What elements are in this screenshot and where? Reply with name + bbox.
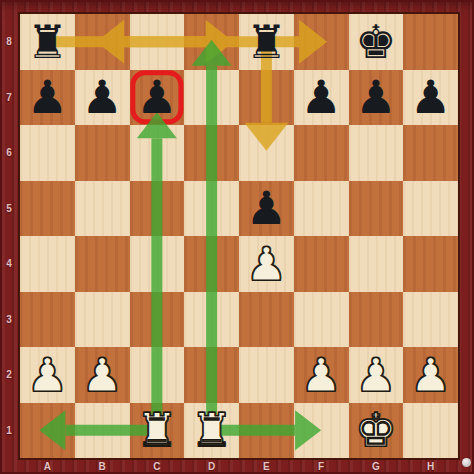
square-e1[interactable] [239, 403, 294, 459]
file-label-a: A [37, 458, 57, 474]
piece-bP-h7[interactable]: ♟ [403, 69, 458, 125]
piece-bR-e8[interactable]: ♜ [239, 14, 294, 70]
square-h5[interactable] [403, 181, 458, 237]
square-g6[interactable] [349, 125, 404, 181]
square-f6[interactable] [294, 125, 349, 181]
square-h8[interactable] [403, 14, 458, 70]
watermark-dot [462, 458, 471, 467]
square-h3[interactable] [403, 292, 458, 348]
piece-wP-b2[interactable]: ♟ [75, 347, 130, 403]
square-d6[interactable] [184, 125, 239, 181]
piece-wK-g1[interactable]: ♚ [348, 402, 403, 458]
square-c3[interactable] [130, 292, 185, 348]
square-g5[interactable] [349, 181, 404, 237]
square-c5[interactable] [130, 181, 185, 237]
rank-label-8: 8 [0, 14, 18, 70]
rank-label-4: 4 [0, 236, 18, 292]
piece-wP-a2[interactable]: ♟ [20, 347, 75, 403]
rank-label-5: 5 [0, 181, 18, 237]
square-b1[interactable] [75, 403, 130, 459]
square-f5[interactable] [294, 181, 349, 237]
square-d5[interactable] [184, 181, 239, 237]
square-b4[interactable] [75, 236, 130, 292]
piece-bK-g8[interactable]: ♚ [348, 14, 403, 70]
square-b8[interactable] [75, 14, 130, 70]
rank-label-6: 6 [0, 125, 18, 181]
file-label-g: G [366, 458, 386, 474]
piece-wP-e4[interactable]: ♟ [239, 236, 294, 292]
square-h4[interactable] [403, 236, 458, 292]
file-label-e: E [256, 458, 276, 474]
square-d8[interactable] [184, 14, 239, 70]
square-a3[interactable] [20, 292, 75, 348]
square-a6[interactable] [20, 125, 75, 181]
piece-bP-f7[interactable]: ♟ [294, 69, 349, 125]
square-c2[interactable] [130, 347, 185, 403]
piece-wP-f2[interactable]: ♟ [294, 347, 349, 403]
square-g3[interactable] [349, 292, 404, 348]
square-f4[interactable] [294, 236, 349, 292]
rank-label-7: 7 [0, 70, 18, 126]
piece-bP-c7[interactable]: ♟ [129, 69, 184, 125]
square-c8[interactable] [130, 14, 185, 70]
square-b5[interactable] [75, 181, 130, 237]
square-c4[interactable] [130, 236, 185, 292]
piece-bP-a7[interactable]: ♟ [20, 69, 75, 125]
file-label-b: B [92, 458, 112, 474]
square-f1[interactable] [294, 403, 349, 459]
square-b6[interactable] [75, 125, 130, 181]
rank-label-2: 2 [0, 347, 18, 403]
file-label-h: H [421, 458, 441, 474]
piece-wR-c1[interactable]: ♜ [129, 402, 184, 458]
square-c6[interactable] [130, 125, 185, 181]
rank-label-3: 3 [0, 292, 18, 348]
rank-label-1: 1 [0, 403, 18, 459]
square-b3[interactable] [75, 292, 130, 348]
file-label-f: F [311, 458, 331, 474]
square-d3[interactable] [184, 292, 239, 348]
square-e7[interactable] [239, 70, 294, 126]
square-e6[interactable] [239, 125, 294, 181]
piece-bR-a8[interactable]: ♜ [20, 14, 75, 70]
square-a4[interactable] [20, 236, 75, 292]
piece-bP-e5[interactable]: ♟ [239, 180, 294, 236]
square-g4[interactable] [349, 236, 404, 292]
piece-bP-g7[interactable]: ♟ [348, 69, 403, 125]
file-label-c: C [147, 458, 167, 474]
square-d2[interactable] [184, 347, 239, 403]
chess-board-frame: 87654321 ABCDEFGH ♜♜♚♟♟♟♟♟♟♟♟♟♟♟♟♟♜♜♚ [0, 0, 474, 474]
square-h6[interactable] [403, 125, 458, 181]
square-h1[interactable] [403, 403, 458, 459]
square-e2[interactable] [239, 347, 294, 403]
square-e3[interactable] [239, 292, 294, 348]
file-label-d: D [202, 458, 222, 474]
piece-bP-b7[interactable]: ♟ [75, 69, 130, 125]
piece-wP-g2[interactable]: ♟ [348, 347, 403, 403]
piece-wP-h2[interactable]: ♟ [403, 347, 458, 403]
square-a5[interactable] [20, 181, 75, 237]
piece-wR-d1[interactable]: ♜ [184, 402, 239, 458]
square-d7[interactable] [184, 70, 239, 126]
square-a1[interactable] [20, 403, 75, 459]
square-f8[interactable] [294, 14, 349, 70]
square-f3[interactable] [294, 292, 349, 348]
square-d4[interactable] [184, 236, 239, 292]
